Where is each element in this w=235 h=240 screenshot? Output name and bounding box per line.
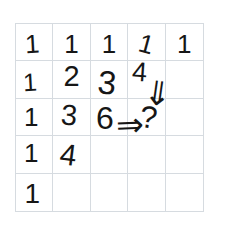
cell-r4c1 [53, 174, 90, 211]
puzzle-grid: 111111234136?141⇓⇒ [15, 23, 204, 212]
digit-glyph: 6 [96, 102, 114, 134]
down-arrow-icon: ⇓ [142, 75, 174, 112]
cell-r0c0: 1 [16, 24, 53, 61]
digit-glyph: 1 [24, 180, 40, 208]
cell-r2c4 [166, 99, 203, 136]
cell-r0c4: 1 [166, 24, 203, 61]
digit-glyph: 1 [24, 31, 40, 58]
cell-r4c0: 1 [16, 174, 53, 211]
digit-glyph: 2 [64, 62, 80, 91]
digit-glyph: 1 [102, 31, 116, 57]
digit-glyph: 1 [23, 70, 38, 96]
digit-glyph: 3 [59, 101, 78, 131]
cell-r1c1: 2 [53, 61, 90, 98]
cell-r3c1: 4 [53, 136, 90, 173]
digit-glyph: 3 [96, 65, 118, 100]
cell-r2c1: 3 [53, 99, 90, 136]
cell-r0c1: 1 [53, 24, 90, 61]
digit-glyph: 1 [177, 31, 191, 57]
digit-glyph: 4 [58, 139, 78, 171]
cell-r0c2: 1 [91, 24, 128, 61]
digit-glyph: 1 [64, 31, 78, 57]
cell-r4c3 [128, 174, 165, 211]
cell-r3c4 [166, 136, 203, 173]
cell-r1c2: 3 [91, 61, 128, 98]
cell-r4c2 [91, 174, 128, 211]
digit-glyph: 1 [24, 140, 38, 166]
cell-r4c4 [166, 174, 203, 211]
cell-r2c0: 1 [16, 99, 53, 136]
cell-r3c0: 1 [16, 136, 53, 173]
digit-glyph: 1 [136, 30, 157, 59]
right-arrow-icon: ⇒ [115, 108, 144, 142]
cell-r1c0: 1 [16, 61, 53, 98]
digit-glyph: 1 [24, 104, 38, 130]
